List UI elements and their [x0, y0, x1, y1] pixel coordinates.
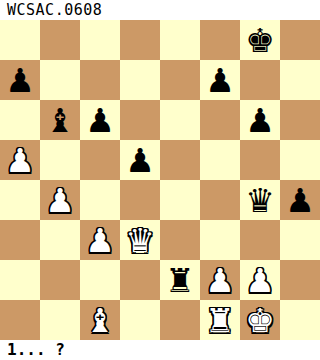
square-d5[interactable]: ♟: [120, 140, 160, 180]
square-a1[interactable]: [0, 300, 40, 340]
square-c3[interactable]: ♟: [80, 220, 120, 260]
white-pawn[interactable]: ♟: [0, 140, 40, 180]
square-d2[interactable]: [120, 260, 160, 300]
square-h6[interactable]: [280, 100, 320, 140]
square-h8[interactable]: [280, 20, 320, 60]
white-pawn[interactable]: ♟: [40, 180, 80, 220]
white-bishop[interactable]: ♝: [80, 300, 120, 340]
square-h2[interactable]: [280, 260, 320, 300]
puzzle-id: WCSAC.0608: [0, 0, 320, 20]
chess-board: ♚♟♟♝♟♟♟♟♟♛♟♟♛♜♟♟♝♜♚: [0, 20, 320, 340]
square-b1[interactable]: [40, 300, 80, 340]
square-g4[interactable]: ♛: [240, 180, 280, 220]
black-bishop[interactable]: ♝: [40, 100, 80, 140]
square-f1[interactable]: ♜: [200, 300, 240, 340]
square-f3[interactable]: [200, 220, 240, 260]
square-c6[interactable]: ♟: [80, 100, 120, 140]
square-f4[interactable]: [200, 180, 240, 220]
square-b2[interactable]: [40, 260, 80, 300]
black-rook[interactable]: ♜: [160, 260, 200, 300]
square-g2[interactable]: ♟: [240, 260, 280, 300]
square-b4[interactable]: ♟: [40, 180, 80, 220]
square-e1[interactable]: [160, 300, 200, 340]
square-c4[interactable]: [80, 180, 120, 220]
square-h5[interactable]: [280, 140, 320, 180]
square-a4[interactable]: [0, 180, 40, 220]
square-f7[interactable]: ♟: [200, 60, 240, 100]
square-f8[interactable]: [200, 20, 240, 60]
square-a7[interactable]: ♟: [0, 60, 40, 100]
square-e3[interactable]: [160, 220, 200, 260]
black-queen[interactable]: ♛: [240, 180, 280, 220]
black-pawn[interactable]: ♟: [280, 180, 320, 220]
square-b5[interactable]: [40, 140, 80, 180]
black-king[interactable]: ♚: [240, 20, 280, 60]
white-pawn[interactable]: ♟: [240, 260, 280, 300]
square-d1[interactable]: [120, 300, 160, 340]
square-d6[interactable]: [120, 100, 160, 140]
square-b7[interactable]: [40, 60, 80, 100]
square-a8[interactable]: [0, 20, 40, 60]
square-h7[interactable]: [280, 60, 320, 100]
square-g1[interactable]: ♚: [240, 300, 280, 340]
move-prompt: 1... ?: [0, 340, 320, 360]
square-b6[interactable]: ♝: [40, 100, 80, 140]
square-a6[interactable]: [0, 100, 40, 140]
square-h4[interactable]: ♟: [280, 180, 320, 220]
white-queen[interactable]: ♛: [120, 220, 160, 260]
black-pawn[interactable]: ♟: [200, 60, 240, 100]
square-d3[interactable]: ♛: [120, 220, 160, 260]
square-c5[interactable]: [80, 140, 120, 180]
square-g3[interactable]: [240, 220, 280, 260]
square-b8[interactable]: [40, 20, 80, 60]
square-a2[interactable]: [0, 260, 40, 300]
square-e5[interactable]: [160, 140, 200, 180]
square-h1[interactable]: [280, 300, 320, 340]
white-rook[interactable]: ♜: [200, 300, 240, 340]
black-pawn[interactable]: ♟: [0, 60, 40, 100]
chess-puzzle-app: WCSAC.0608 ♚♟♟♝♟♟♟♟♟♛♟♟♛♜♟♟♝♜♚ 1... ?: [0, 0, 320, 360]
square-c2[interactable]: [80, 260, 120, 300]
square-f6[interactable]: [200, 100, 240, 140]
square-h3[interactable]: [280, 220, 320, 260]
square-e8[interactable]: [160, 20, 200, 60]
square-g5[interactable]: [240, 140, 280, 180]
square-d4[interactable]: [120, 180, 160, 220]
square-a5[interactable]: ♟: [0, 140, 40, 180]
white-king[interactable]: ♚: [240, 300, 280, 340]
white-pawn[interactable]: ♟: [200, 260, 240, 300]
square-a3[interactable]: [0, 220, 40, 260]
black-pawn[interactable]: ♟: [240, 100, 280, 140]
square-e7[interactable]: [160, 60, 200, 100]
black-pawn[interactable]: ♟: [80, 100, 120, 140]
square-e6[interactable]: [160, 100, 200, 140]
square-f2[interactable]: ♟: [200, 260, 240, 300]
black-pawn[interactable]: ♟: [120, 140, 160, 180]
square-f5[interactable]: [200, 140, 240, 180]
white-pawn[interactable]: ♟: [80, 220, 120, 260]
square-g8[interactable]: ♚: [240, 20, 280, 60]
square-b3[interactable]: [40, 220, 80, 260]
square-d7[interactable]: [120, 60, 160, 100]
square-e2[interactable]: ♜: [160, 260, 200, 300]
square-g7[interactable]: [240, 60, 280, 100]
square-c8[interactable]: [80, 20, 120, 60]
square-g6[interactable]: ♟: [240, 100, 280, 140]
square-e4[interactable]: [160, 180, 200, 220]
square-c1[interactable]: ♝: [80, 300, 120, 340]
square-c7[interactable]: [80, 60, 120, 100]
square-d8[interactable]: [120, 20, 160, 60]
